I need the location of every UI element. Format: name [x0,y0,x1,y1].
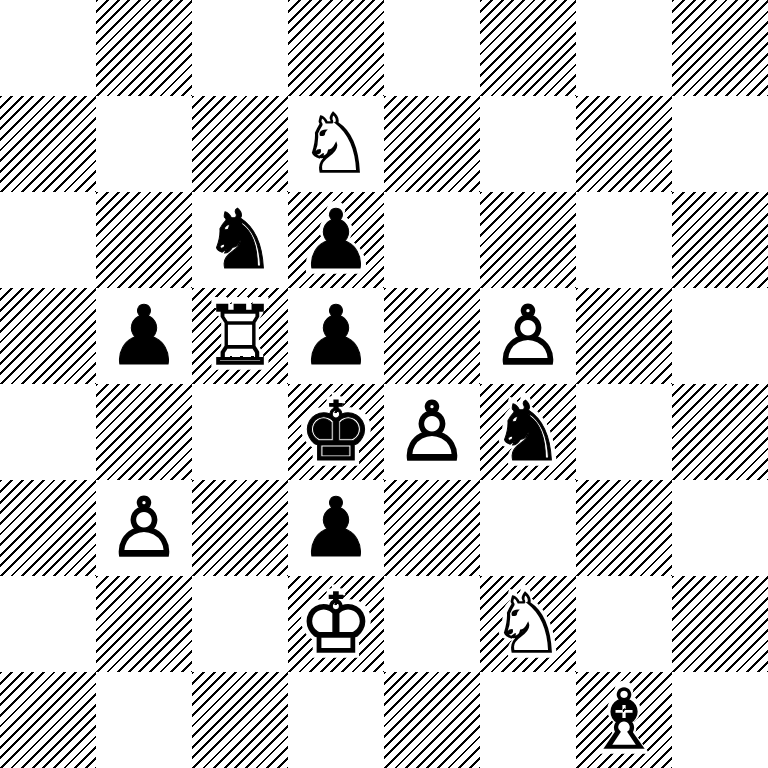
square-g1[interactable]: ♝♝♗ [576,672,672,768]
square-a6[interactable] [0,192,96,288]
square-d1[interactable] [288,672,384,768]
square-d5[interactable]: ♟♟ [288,288,384,384]
square-c5[interactable]: ♜♜♖ [192,288,288,384]
square-g5[interactable] [576,288,672,384]
square-g2[interactable] [576,576,672,672]
square-c8[interactable] [192,0,288,96]
square-c4[interactable] [192,384,288,480]
white-pawn-hit-area[interactable] [96,480,192,576]
square-h3[interactable] [672,480,768,576]
white-knight-hit-area[interactable] [288,96,384,192]
square-e2[interactable] [384,576,480,672]
square-f6[interactable] [480,192,576,288]
black-pawn-hit-area[interactable] [288,288,384,384]
white-bishop-hit-area[interactable] [576,672,672,768]
square-f3[interactable] [480,480,576,576]
square-e7[interactable] [384,96,480,192]
square-c3[interactable] [192,480,288,576]
square-e3[interactable] [384,480,480,576]
square-b3[interactable]: ♟♟♙ [96,480,192,576]
black-pawn-hit-area[interactable] [288,480,384,576]
white-knight-hit-area[interactable] [480,576,576,672]
square-d4[interactable]: ♚♚ [288,384,384,480]
chess-board: ♞♞♘♞♞♟♟♟♟♜♜♖♟♟♟♟♙♚♚♟♟♙♞♞♟♟♙♟♟♚♚♔♞♞♘♝♝♗ [0,0,768,768]
square-b8[interactable] [96,0,192,96]
chess-board-wrap: ♞♞♘♞♞♟♟♟♟♜♜♖♟♟♟♟♙♚♚♟♟♙♞♞♟♟♙♟♟♚♚♔♞♞♘♝♝♗ [0,0,768,768]
square-h6[interactable] [672,192,768,288]
square-g3[interactable] [576,480,672,576]
square-g8[interactable] [576,0,672,96]
square-a3[interactable] [0,480,96,576]
white-rook-hit-area[interactable] [192,288,288,384]
square-c1[interactable] [192,672,288,768]
square-a5[interactable] [0,288,96,384]
white-pawn-hit-area[interactable] [480,288,576,384]
white-king-hit-area[interactable] [288,576,384,672]
square-g6[interactable] [576,192,672,288]
square-e6[interactable] [384,192,480,288]
square-c2[interactable] [192,576,288,672]
square-c7[interactable] [192,96,288,192]
square-h7[interactable] [672,96,768,192]
square-d6[interactable]: ♟♟ [288,192,384,288]
square-a4[interactable] [0,384,96,480]
square-c6[interactable]: ♞♞ [192,192,288,288]
black-knight-hit-area[interactable] [480,384,576,480]
white-pawn-hit-area[interactable] [384,384,480,480]
black-king-hit-area[interactable] [288,384,384,480]
square-f1[interactable] [480,672,576,768]
square-e4[interactable]: ♟♟♙ [384,384,480,480]
square-a1[interactable] [0,672,96,768]
black-pawn-hit-area[interactable] [96,288,192,384]
square-e1[interactable] [384,672,480,768]
square-b1[interactable] [96,672,192,768]
square-d8[interactable] [288,0,384,96]
square-f8[interactable] [480,0,576,96]
square-d3[interactable]: ♟♟ [288,480,384,576]
square-a7[interactable] [0,96,96,192]
square-b6[interactable] [96,192,192,288]
square-e8[interactable] [384,0,480,96]
square-g4[interactable] [576,384,672,480]
square-f4[interactable]: ♞♞ [480,384,576,480]
square-a8[interactable] [0,0,96,96]
square-b5[interactable]: ♟♟ [96,288,192,384]
square-h2[interactable] [672,576,768,672]
square-f7[interactable] [480,96,576,192]
square-e5[interactable] [384,288,480,384]
black-pawn-hit-area[interactable] [288,192,384,288]
square-h5[interactable] [672,288,768,384]
square-d7[interactable]: ♞♞♘ [288,96,384,192]
square-f2[interactable]: ♞♞♘ [480,576,576,672]
square-b4[interactable] [96,384,192,480]
square-h8[interactable] [672,0,768,96]
square-b2[interactable] [96,576,192,672]
black-knight-hit-area[interactable] [192,192,288,288]
square-f5[interactable]: ♟♟♙ [480,288,576,384]
square-d2[interactable]: ♚♚♔ [288,576,384,672]
square-b7[interactable] [96,96,192,192]
square-h1[interactable] [672,672,768,768]
square-h4[interactable] [672,384,768,480]
square-g7[interactable] [576,96,672,192]
square-a2[interactable] [0,576,96,672]
